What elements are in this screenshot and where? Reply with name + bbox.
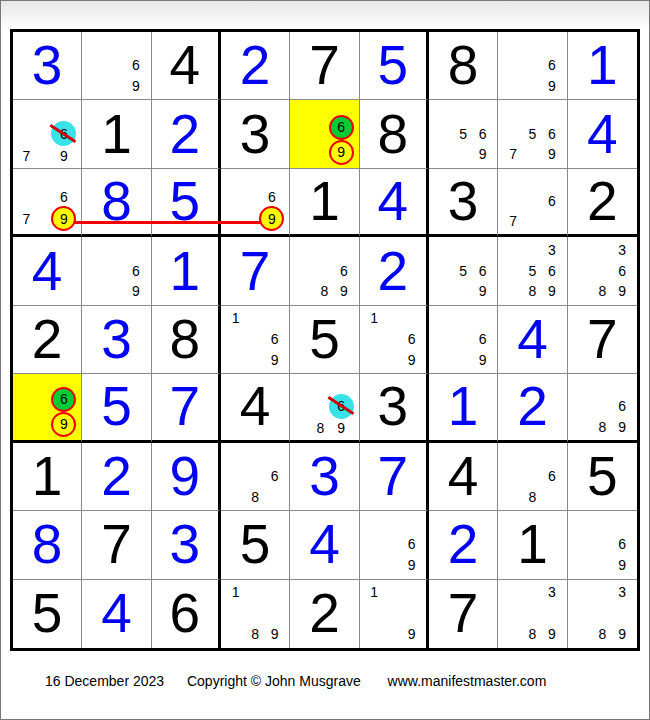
candidate-1: 1 — [232, 584, 240, 600]
candidate-slot-7 — [365, 555, 384, 576]
candidate-slot-3 — [473, 102, 492, 123]
candidate-slot-1 — [87, 34, 106, 55]
cell-r9c3[interactable]: 6 — [152, 580, 221, 648]
cell-r4c8[interactable]: 35689 — [498, 237, 567, 305]
candidate-6: 6 — [408, 536, 416, 552]
footer-date: 16 December 2023 — [45, 673, 164, 689]
candidate-slot-2 — [592, 239, 612, 260]
cell-r3c5[interactable]: 1 — [290, 169, 359, 237]
candidate-slot-1 — [434, 239, 453, 260]
cell-r3c4[interactable]: 69 — [221, 169, 290, 237]
candidate-slot-8 — [312, 140, 329, 165]
cell-r4c2[interactable]: 69 — [82, 237, 151, 305]
candidate-slot-5 — [245, 603, 264, 624]
cell-r3c1[interactable]: 679 — [13, 169, 82, 237]
cell-r4c5[interactable]: 689 — [290, 237, 359, 305]
candidate-slot-9: 9 — [542, 76, 561, 97]
candidate-grid: 189 — [221, 580, 289, 648]
solved-digit: 1 — [587, 38, 618, 93]
cell-r5c5[interactable]: 5 — [290, 306, 359, 374]
candidate-slot-5 — [35, 121, 52, 146]
candidate-slot-1 — [295, 102, 312, 114]
candidate-9: 9 — [548, 283, 556, 299]
candidate-slot-6: 6 — [126, 55, 145, 76]
given-digit: 2 — [32, 312, 63, 367]
cell-r5c1[interactable]: 2 — [13, 306, 82, 374]
candidate-slot-3 — [402, 308, 421, 329]
cell-r2c8[interactable]: 5679 — [498, 100, 567, 168]
cell-r7c1[interactable]: 1 — [13, 443, 82, 511]
cell-r7c2[interactable]: 2 — [82, 443, 151, 511]
candidate-6-circled-green: 6 — [329, 115, 354, 140]
candidate-1: 1 — [370, 584, 378, 600]
candidate-slot-3 — [542, 34, 561, 55]
cell-r1c7[interactable]: 8 — [429, 32, 498, 100]
candidate-6: 6 — [548, 468, 556, 484]
candidate-9: 9 — [132, 283, 140, 299]
candidate-slot-7 — [503, 624, 522, 645]
candidate-grid: 689 — [290, 237, 358, 304]
given-digit: 7 — [587, 312, 618, 367]
cell-r6c2[interactable]: 5 — [82, 374, 151, 442]
cell-r6c7[interactable]: 1 — [429, 374, 498, 442]
candidate-slot-4 — [365, 534, 384, 555]
candidate-slot-6: 6 — [542, 123, 561, 144]
given-digit: 3 — [378, 379, 409, 434]
candidate-slot-9: 9 — [51, 412, 76, 437]
candidate-slot-6: 6 — [473, 329, 492, 350]
candidate-grid: 569 — [429, 100, 497, 167]
candidate-slot-2 — [453, 239, 472, 260]
candidate-slot-7 — [573, 281, 593, 302]
cell-r9c8[interactable]: 389 — [498, 580, 567, 648]
candidate-slot-8: 8 — [523, 486, 542, 507]
cell-r8c9[interactable]: 69 — [568, 511, 637, 579]
cell-r6c6[interactable]: 3 — [360, 374, 429, 442]
candidate-slot-8 — [523, 211, 542, 231]
cell-r3c9[interactable]: 2 — [568, 169, 637, 237]
candidate-grid: 689 — [290, 374, 358, 439]
candidate-slot-3 — [402, 582, 421, 603]
cell-r2c7[interactable]: 569 — [429, 100, 498, 168]
cell-r2c6[interactable]: 8 — [360, 100, 429, 168]
cell-r6c9[interactable]: 689 — [568, 374, 637, 442]
candidate-slot-2 — [35, 376, 52, 386]
candidate-slot-6: 6 — [51, 387, 76, 412]
candidate-6: 6 — [268, 189, 276, 205]
candidate-slot-9 — [542, 211, 561, 231]
given-digit: 4 — [448, 449, 479, 504]
cell-r1c2[interactable]: 69 — [82, 32, 151, 100]
given-digit: 5 — [587, 449, 618, 504]
candidate-slot-2 — [523, 171, 542, 191]
candidate-slot-8 — [453, 349, 472, 370]
candidate-slot-4 — [226, 329, 245, 350]
candidate-9: 9 — [548, 146, 556, 162]
candidate-slot-4 — [226, 189, 243, 207]
cell-r9c6[interactable]: 19 — [360, 580, 429, 648]
candidate-slot-8 — [592, 555, 612, 576]
candidate-slot-3: 3 — [542, 582, 561, 603]
candidate-slot-8: 8 — [312, 419, 329, 437]
candidate-slot-5 — [107, 55, 126, 76]
candidate-slot-9: 9 — [612, 624, 632, 645]
cell-r5c2[interactable]: 3 — [82, 306, 151, 374]
candidate-9-circled-yellow: 9 — [329, 140, 354, 165]
solved-digit: 2 — [240, 38, 271, 93]
cell-r4c3[interactable]: 1 — [152, 237, 221, 305]
candidate-9: 9 — [548, 78, 556, 94]
cell-r9c7[interactable]: 7 — [429, 580, 498, 648]
cell-r3c2[interactable]: 8 — [82, 169, 151, 237]
cell-r2c1[interactable]: 679 — [13, 100, 82, 168]
candidate-8: 8 — [251, 489, 259, 505]
candidate-9: 9 — [479, 283, 487, 299]
candidate-9: 9 — [271, 626, 279, 642]
candidate-slot-1 — [226, 171, 243, 189]
solved-digit: 3 — [309, 449, 340, 504]
cell-r8c6[interactable]: 69 — [360, 511, 429, 579]
cell-r4c7[interactable]: 569 — [429, 237, 498, 305]
candidate-6-eliminated: 6 — [51, 121, 76, 146]
candidate-9: 9 — [408, 352, 416, 368]
cell-r7c7[interactable]: 4 — [429, 443, 498, 511]
given-digit: 1 — [101, 107, 132, 162]
candidate-slot-1 — [226, 445, 245, 466]
given-digit: 1 — [517, 517, 548, 572]
candidate-grid: 689 — [568, 374, 637, 439]
solved-digit: 9 — [170, 449, 201, 504]
candidate-slot-6: 6 — [612, 396, 632, 416]
candidate-1: 1 — [370, 310, 378, 326]
candidate-slot-3 — [329, 376, 354, 394]
cell-r7c4[interactable]: 68 — [221, 443, 290, 511]
cell-r8c4[interactable]: 5 — [221, 511, 290, 579]
given-digit: 8 — [170, 312, 201, 367]
candidate-slot-6: 6 — [402, 534, 421, 555]
candidate-slot-6 — [612, 603, 632, 624]
candidate-slot-8: 8 — [523, 281, 542, 302]
candidate-slot-9: 9 — [473, 144, 492, 165]
given-digit: 7 — [448, 586, 479, 641]
cell-r8c3[interactable]: 3 — [152, 511, 221, 579]
candidate-slot-3 — [612, 376, 632, 396]
cell-r5c3[interactable]: 8 — [152, 306, 221, 374]
candidate-8: 8 — [316, 420, 324, 436]
candidate-slot-7 — [226, 624, 245, 645]
candidate-slot-2 — [523, 102, 542, 123]
cell-r9c2[interactable]: 4 — [82, 580, 151, 648]
cell-r9c5[interactable]: 2 — [290, 580, 359, 648]
cell-r9c9[interactable]: 389 — [568, 580, 637, 648]
cell-r5c8[interactable]: 4 — [498, 306, 567, 374]
cell-r5c6[interactable]: 169 — [360, 306, 429, 374]
cell-r5c9[interactable]: 7 — [568, 306, 637, 374]
candidate-slot-6: 6 — [51, 121, 76, 146]
candidate-9: 9 — [618, 283, 626, 299]
cell-r7c3[interactable]: 9 — [152, 443, 221, 511]
candidate-8: 8 — [598, 283, 606, 299]
candidate-slot-3 — [51, 171, 76, 189]
candidate-grid: 679 — [13, 100, 81, 167]
candidate-7: 7 — [509, 213, 517, 229]
candidate-5: 5 — [529, 263, 537, 279]
candidate-slot-1: 1 — [226, 308, 245, 329]
candidate-6: 6 — [618, 263, 626, 279]
candidate-slot-4 — [365, 329, 384, 350]
solved-digit: 1 — [448, 379, 479, 434]
candidate-grid: 69 — [360, 511, 426, 578]
candidate-grid: 69 — [498, 32, 566, 99]
cell-r7c5[interactable]: 3 — [290, 443, 359, 511]
candidate-slot-5 — [383, 603, 402, 624]
candidate-6: 6 — [548, 193, 556, 209]
candidate-slot-3 — [542, 445, 561, 466]
candidate-7: 7 — [509, 146, 517, 162]
cell-r6c5[interactable]: 689 — [290, 374, 359, 442]
cell-r2c5[interactable]: 69 — [290, 100, 359, 168]
solved-digit: 5 — [378, 38, 409, 93]
candidate-slot-7: 7 — [503, 144, 522, 165]
candidate-slot-6: 6 — [334, 260, 353, 281]
candidate-6: 6 — [60, 189, 68, 205]
candidate-slot-3 — [126, 34, 145, 55]
candidate-6: 6 — [132, 57, 140, 73]
candidate-grid: 69 — [221, 169, 289, 234]
candidate-slot-7 — [365, 624, 384, 645]
candidate-slot-7: 7 — [18, 146, 35, 165]
solved-digit: 3 — [101, 312, 132, 367]
cell-r1c5[interactable]: 7 — [290, 32, 359, 100]
candidate-grid: 69 — [13, 374, 81, 439]
candidate-6: 6 — [618, 398, 626, 414]
candidate-slot-1 — [573, 513, 593, 534]
candidate-slot-4 — [434, 329, 453, 350]
candidate-slot-4 — [365, 603, 384, 624]
candidate-slot-5 — [243, 189, 260, 207]
footer-copyright: Copyright © John Musgrave — [187, 673, 361, 689]
candidate-6: 6 — [618, 536, 626, 552]
candidate-5: 5 — [459, 263, 467, 279]
candidate-slot-7 — [503, 486, 522, 507]
cell-r1c6[interactable]: 5 — [360, 32, 429, 100]
candidate-slot-6: 6 — [265, 329, 284, 350]
candidate-slot-5 — [383, 329, 402, 350]
cell-r4c9[interactable]: 3689 — [568, 237, 637, 305]
candidate-slot-7 — [226, 206, 243, 231]
candidate-slot-6 — [402, 603, 421, 624]
candidate-3: 3 — [618, 584, 626, 600]
candidate-slot-5 — [523, 603, 542, 624]
cell-r7c9[interactable]: 5 — [568, 443, 637, 511]
candidate-grid: 69 — [290, 100, 358, 167]
candidate-slot-3 — [259, 171, 284, 189]
cell-r4c4[interactable]: 7 — [221, 237, 290, 305]
cell-r5c4[interactable]: 169 — [221, 306, 290, 374]
candidate-grid: 69 — [82, 237, 150, 304]
candidate-slot-4 — [573, 260, 593, 281]
cell-r8c7[interactable]: 2 — [429, 511, 498, 579]
candidate-slot-1 — [87, 239, 106, 260]
candidate-slot-3 — [265, 582, 284, 603]
candidate-slot-7 — [573, 555, 593, 576]
candidate-6: 6 — [408, 331, 416, 347]
cell-r3c3[interactable]: 5 — [152, 169, 221, 237]
cell-r3c8[interactable]: 67 — [498, 169, 567, 237]
candidate-slot-8 — [35, 206, 52, 231]
candidate-slot-8 — [245, 349, 264, 370]
given-digit: 1 — [309, 174, 340, 229]
candidate-slot-8: 8 — [592, 624, 612, 645]
cell-r8c1[interactable]: 8 — [13, 511, 82, 579]
candidate-slot-2 — [592, 582, 612, 603]
candidate-slot-4 — [434, 260, 453, 281]
candidate-slot-8 — [383, 349, 402, 370]
candidate-slot-5 — [107, 260, 126, 281]
cell-r4c6[interactable]: 2 — [360, 237, 429, 305]
cell-r6c8[interactable]: 2 — [498, 374, 567, 442]
candidate-slot-3 — [473, 308, 492, 329]
candidate-slot-5 — [245, 465, 264, 486]
candidate-grid: 69 — [82, 32, 150, 99]
chain-link-line — [67, 221, 276, 224]
candidate-7: 7 — [22, 211, 30, 227]
candidate-slot-1: 1 — [365, 308, 384, 329]
cell-r9c4[interactable]: 189 — [221, 580, 290, 648]
solved-digit: 2 — [170, 107, 201, 162]
candidate-9: 9 — [132, 78, 140, 94]
candidate-slot-7 — [434, 144, 453, 165]
candidate-slot-3 — [473, 239, 492, 260]
candidate-slot-8 — [523, 76, 542, 97]
candidate-slot-4 — [18, 121, 35, 146]
footer-website: www.manifestmaster.com — [388, 673, 547, 689]
candidate-slot-5 — [312, 394, 329, 419]
board-grid: 3694275869167912369856956794679856914367… — [13, 32, 637, 648]
cell-r3c7[interactable]: 3 — [429, 169, 498, 237]
cell-r8c5[interactable]: 4 — [290, 511, 359, 579]
candidate-8: 8 — [598, 419, 606, 435]
candidate-slot-2 — [245, 582, 264, 603]
cell-r1c8[interactable]: 69 — [498, 32, 567, 100]
candidate-slot-7 — [503, 76, 522, 97]
candidate-slot-2 — [245, 308, 264, 329]
candidate-slot-5: 5 — [453, 260, 472, 281]
given-digit: 3 — [448, 174, 479, 229]
candidate-slot-4 — [18, 189, 35, 207]
candidate-grid: 19 — [360, 580, 426, 648]
candidate-slot-3 — [334, 239, 353, 260]
candidate-slot-9: 9 — [612, 417, 632, 437]
candidate-slot-1 — [503, 582, 522, 603]
candidate-9: 9 — [618, 419, 626, 435]
cell-r3c6[interactable]: 4 — [360, 169, 429, 237]
candidate-6: 6 — [479, 126, 487, 142]
candidate-slot-4 — [503, 191, 522, 211]
cell-r1c9[interactable]: 1 — [568, 32, 637, 100]
cell-r1c1[interactable]: 3 — [13, 32, 82, 100]
candidate-slot-2 — [35, 102, 52, 121]
cell-r7c6[interactable]: 7 — [360, 443, 429, 511]
candidate-grid: 389 — [498, 580, 566, 648]
candidate-slot-5 — [453, 329, 472, 350]
cell-r6c1[interactable]: 69 — [13, 374, 82, 442]
candidate-slot-3 — [329, 102, 354, 114]
candidate-grid: 169 — [221, 306, 289, 373]
candidate-slot-6: 6 — [329, 394, 354, 419]
candidate-slot-8 — [383, 624, 402, 645]
candidate-slot-7 — [226, 486, 245, 507]
candidate-slot-7 — [434, 281, 453, 302]
cell-r2c9[interactable]: 4 — [568, 100, 637, 168]
candidate-slot-9: 9 — [126, 76, 145, 97]
candidate-slot-8: 8 — [245, 486, 264, 507]
candidate-slot-9: 9 — [51, 146, 76, 165]
candidate-slot-5 — [35, 387, 52, 412]
candidate-slot-9: 9 — [542, 144, 561, 165]
candidate-slot-6: 6 — [612, 534, 632, 555]
candidate-6: 6 — [548, 263, 556, 279]
candidate-slot-4 — [226, 465, 245, 486]
candidate-grid: 68 — [221, 443, 289, 510]
candidate-slot-9: 9 — [402, 555, 421, 576]
candidate-slot-3: 3 — [612, 239, 632, 260]
candidate-slot-6 — [542, 603, 561, 624]
candidate-6: 6 — [132, 263, 140, 279]
cell-r9c1[interactable]: 5 — [13, 580, 82, 648]
candidate-grid: 3689 — [568, 237, 637, 304]
candidate-slot-9: 9 — [402, 624, 421, 645]
given-digit: 4 — [170, 38, 201, 93]
candidate-slot-1: 1 — [365, 582, 384, 603]
candidate-3: 3 — [618, 242, 626, 258]
candidate-8: 8 — [529, 489, 537, 505]
candidate-slot-5 — [312, 115, 329, 140]
cell-r2c2[interactable]: 1 — [82, 100, 151, 168]
cell-r2c3[interactable]: 2 — [152, 100, 221, 168]
cell-r8c2[interactable]: 7 — [82, 511, 151, 579]
candidate-slot-4 — [295, 260, 314, 281]
cell-r8c8[interactable]: 1 — [498, 511, 567, 579]
candidate-slot-2 — [243, 171, 260, 189]
cell-r6c4[interactable]: 4 — [221, 374, 290, 442]
cell-r5c7[interactable]: 69 — [429, 306, 498, 374]
candidate-slot-6: 6 — [329, 115, 354, 140]
candidate-6-eliminated: 6 — [329, 394, 354, 419]
cell-r1c4[interactable]: 2 — [221, 32, 290, 100]
solved-digit: 5 — [101, 379, 132, 434]
candidate-slot-4 — [87, 55, 106, 76]
candidate-slot-2 — [453, 308, 472, 329]
cell-r6c3[interactable]: 7 — [152, 374, 221, 442]
solved-digit: 7 — [170, 379, 201, 434]
candidate-slot-2 — [453, 102, 472, 123]
given-digit: 7 — [309, 38, 340, 93]
candidate-slot-2 — [383, 582, 402, 603]
candidate-slot-9: 9 — [51, 206, 76, 231]
candidate-slot-7 — [18, 412, 35, 437]
cell-r7c8[interactable]: 68 — [498, 443, 567, 511]
candidate-slot-3 — [126, 239, 145, 260]
candidate-9: 9 — [618, 557, 626, 573]
candidate-9-circled-yellow: 9 — [51, 412, 76, 437]
candidate-3: 3 — [548, 584, 556, 600]
cell-r1c3[interactable]: 4 — [152, 32, 221, 100]
given-digit: 5 — [309, 312, 340, 367]
cell-r4c1[interactable]: 4 — [13, 237, 82, 305]
cell-r2c4[interactable]: 3 — [221, 100, 290, 168]
candidate-7: 7 — [22, 148, 30, 164]
